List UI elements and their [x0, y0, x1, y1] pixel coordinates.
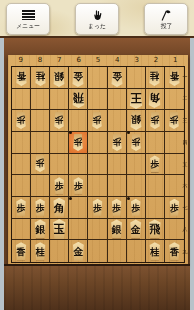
piece-kanji: 歩	[74, 135, 83, 148]
piece-kanji: 歩	[17, 113, 26, 126]
board-cell[interactable]	[12, 219, 31, 241]
board-cell[interactable]: 飛	[69, 89, 88, 111]
piece-kanji: 香	[170, 246, 180, 259]
shogi-piece-gote[interactable]: 金	[70, 68, 86, 87]
board-cell[interactable]	[69, 110, 88, 132]
file-label: 7	[50, 55, 69, 66]
board-cell[interactable]	[31, 175, 50, 197]
resign-flag-icon	[159, 9, 174, 22]
file-label: 9	[11, 55, 30, 66]
piece-kanji: 桂	[35, 246, 45, 259]
board-cell[interactable]: 歩	[165, 197, 184, 219]
resign-button[interactable]: 投了	[144, 3, 188, 35]
piece-kanji: 歩	[55, 113, 64, 126]
piece-kanji: 王	[130, 89, 142, 106]
board-cell[interactable]	[127, 240, 146, 262]
shogi-piece-sente[interactable]: 歩	[90, 199, 104, 216]
file-label: 8	[30, 55, 49, 66]
menu-list-icon	[21, 9, 36, 22]
board-cell[interactable]: 歩	[108, 132, 127, 154]
board-cell[interactable]	[69, 197, 88, 219]
shogi-piece-sente[interactable]: 桂	[33, 242, 48, 260]
board-cell[interactable]	[127, 67, 146, 89]
board-cell[interactable]: 銀	[50, 67, 69, 89]
board-cell[interactable]: 歩	[146, 110, 165, 132]
board-cell[interactable]: 桂	[31, 240, 50, 262]
shogi-piece-gote[interactable]: 歩	[90, 112, 104, 129]
shogi-piece-gote[interactable]: 香	[167, 68, 182, 86]
shogi-piece-gote[interactable]: 歩	[52, 112, 66, 129]
shogi-piece-sente[interactable]: 桂	[147, 242, 162, 260]
board-cell[interactable]	[12, 175, 31, 197]
shogi-piece-gote[interactable]: 歩	[71, 134, 85, 151]
board-cell[interactable]: 桂	[146, 240, 165, 262]
board-cell[interactable]	[12, 89, 31, 111]
board-cell[interactable]: 玉	[50, 219, 69, 241]
undo-button-label: まった	[88, 23, 106, 29]
shogi-piece-gote[interactable]: 歩	[129, 134, 143, 151]
board-cell[interactable]	[108, 175, 127, 197]
piece-kanji: 飛	[73, 90, 84, 105]
shogi-app: メニュー まった 投了 987654321 一二三四五六七八九 香桂銀金金桂香飛…	[0, 0, 194, 310]
shogi-piece-gote[interactable]: 金	[109, 68, 125, 87]
shogi-piece-gote[interactable]: 角	[146, 89, 163, 108]
piece-kanji: 飛	[149, 222, 160, 237]
board-cell[interactable]: 歩	[127, 197, 146, 219]
piece-kanji: 角	[149, 90, 160, 105]
piece-kanji: 玉	[53, 221, 65, 238]
board-cell[interactable]: 歩	[165, 110, 184, 132]
shogi-piece-sente[interactable]: 歩	[14, 199, 28, 216]
board-cell[interactable]	[69, 219, 88, 241]
board-cell[interactable]: 銀	[108, 219, 127, 241]
board-cell[interactable]	[108, 110, 127, 132]
board-cell[interactable]: 歩	[50, 175, 69, 197]
piece-kanji: 香	[16, 70, 26, 83]
shogi-piece-gote[interactable]: 歩	[167, 112, 181, 129]
menu-button-label: メニュー	[16, 23, 40, 29]
board-cell[interactable]: 歩	[31, 197, 50, 219]
piece-kanji: 歩	[150, 113, 159, 126]
board-cell[interactable]: 桂	[31, 67, 50, 89]
board-cell[interactable]: 香	[165, 67, 184, 89]
shogi-piece-sente[interactable]: 銀	[32, 219, 48, 238]
shogi-piece-gote[interactable]: 飛	[70, 89, 87, 108]
board-cell[interactable]	[50, 132, 69, 154]
hand-icon	[90, 9, 105, 22]
shogi-piece-gote[interactable]: 歩	[33, 155, 47, 172]
board-cell[interactable]: 金	[108, 67, 127, 89]
shogi-piece-gote[interactable]: 歩	[14, 112, 28, 129]
board-cell[interactable]	[108, 154, 127, 176]
shogi-board: 987654321 一二三四五六七八九 香桂銀金金桂香飛王角歩歩歩銀歩歩歩歩歩歩…	[8, 55, 188, 266]
undo-button[interactable]: まった	[75, 3, 119, 35]
piece-stand-bottom	[4, 264, 190, 310]
board-cell[interactable]	[88, 132, 107, 154]
shogi-piece-gote[interactable]: 香	[14, 68, 29, 86]
shogi-piece-gote[interactable]: 歩	[110, 134, 124, 151]
board-cell[interactable]	[88, 89, 107, 111]
shogi-piece-gote[interactable]: 銀	[51, 68, 67, 87]
piece-kanji: 歩	[55, 180, 64, 193]
resign-button-label: 投了	[160, 23, 172, 29]
shogi-piece-gote[interactable]: 桂	[147, 68, 162, 86]
board-cell[interactable]	[165, 219, 184, 241]
piece-kanji: 金	[73, 245, 83, 259]
star-point	[69, 197, 72, 200]
shogi-piece-sente[interactable]: 香	[167, 242, 182, 260]
shogi-piece-sente[interactable]: 金	[70, 242, 86, 261]
shogi-piece-sente[interactable]: 金	[128, 219, 144, 238]
shogi-piece-sente[interactable]: 歩	[33, 199, 47, 216]
shogi-piece-gote[interactable]: 歩	[148, 112, 162, 129]
shogi-piece-sente[interactable]: 歩	[148, 155, 162, 172]
piece-kanji: 歩	[112, 135, 121, 148]
board-cell[interactable]	[50, 89, 69, 111]
board-grid: 香桂銀金金桂香飛王角歩歩歩銀歩歩歩歩歩歩歩歩歩歩歩角歩歩歩歩銀玉銀金飛香桂金桂香	[11, 66, 185, 263]
shogi-piece-sente[interactable]: 歩	[110, 199, 124, 216]
board-cell[interactable]	[146, 175, 165, 197]
file-label: 6	[69, 55, 88, 66]
board-cell[interactable]	[165, 132, 184, 154]
file-label: 3	[127, 55, 146, 66]
board-cell[interactable]: 香	[12, 240, 31, 262]
board-cell[interactable]	[88, 67, 107, 89]
board-cell[interactable]: 歩	[69, 132, 88, 154]
board-cell[interactable]: 角	[50, 197, 69, 219]
board-cell[interactable]	[69, 154, 88, 176]
board-cell[interactable]	[50, 240, 69, 262]
file-label: 4	[108, 55, 127, 66]
board-cell[interactable]	[12, 132, 31, 154]
piece-kanji: 歩	[93, 202, 102, 215]
piece-kanji: 歩	[93, 113, 102, 126]
board-cell[interactable]: 歩	[50, 110, 69, 132]
shogi-piece-sente[interactable]: 飛	[146, 219, 163, 238]
shogi-piece-sente[interactable]: 歩	[52, 177, 66, 194]
board-cell[interactable]	[146, 132, 165, 154]
piece-kanji: 歩	[170, 202, 179, 215]
shogi-piece-sente[interactable]: 銀	[109, 219, 125, 238]
piece-kanji: 歩	[131, 202, 140, 215]
board-cell[interactable]: 角	[146, 89, 165, 111]
board-cell[interactable]	[88, 175, 107, 197]
board-cell[interactable]: 飛	[146, 219, 165, 241]
piece-kanji: 金	[73, 69, 83, 83]
board-cell[interactable]	[12, 154, 31, 176]
piece-kanji: 歩	[36, 202, 45, 215]
shogi-piece-gote[interactable]: 桂	[33, 68, 48, 86]
board-cell[interactable]	[31, 110, 50, 132]
board-cell[interactable]	[127, 175, 146, 197]
board-cell[interactable]: 歩	[88, 110, 107, 132]
star-point	[69, 131, 72, 134]
piece-kanji: 香	[170, 70, 180, 83]
board-cell[interactable]: 銀	[31, 219, 50, 241]
board-cell[interactable]: 金	[69, 240, 88, 262]
star-point	[127, 131, 130, 134]
board-cell[interactable]	[165, 175, 184, 197]
board-cell[interactable]: 歩	[146, 154, 165, 176]
menu-button[interactable]: メニュー	[6, 3, 50, 35]
piece-kanji: 金	[131, 223, 141, 237]
board-cell[interactable]	[146, 197, 165, 219]
board-cell[interactable]: 金	[127, 219, 146, 241]
board-cell[interactable]: 香	[12, 67, 31, 89]
piece-kanji: 角	[54, 201, 65, 216]
board-cell[interactable]: 歩	[31, 154, 50, 176]
piece-kanji: 銀	[35, 223, 45, 237]
board-cell[interactable]: 歩	[108, 197, 127, 219]
piece-kanji: 銀	[112, 223, 122, 237]
board-cell[interactable]: 銀	[127, 110, 146, 132]
board-cell[interactable]	[88, 240, 107, 262]
shogi-piece-sente[interactable]: 香	[14, 242, 29, 260]
board-cell[interactable]: 桂	[146, 67, 165, 89]
board-cell[interactable]: 歩	[12, 197, 31, 219]
board-cell[interactable]	[31, 132, 50, 154]
file-label: 1	[166, 55, 185, 66]
piece-kanji: 歩	[17, 202, 26, 215]
piece-kanji: 歩	[74, 180, 83, 193]
toolbar: メニュー まった 投了	[0, 0, 194, 38]
piece-kanji: 銀	[54, 69, 64, 83]
board-cell[interactable]: 歩	[69, 175, 88, 197]
board-cell[interactable]	[165, 89, 184, 111]
file-label: 2	[146, 55, 165, 66]
board-cell[interactable]: 歩	[127, 132, 146, 154]
piece-kanji: 桂	[150, 246, 160, 259]
shogi-piece-gote[interactable]: 王	[127, 89, 145, 109]
star-point	[127, 197, 130, 200]
board-cell[interactable]: 歩	[88, 197, 107, 219]
board-cell[interactable]	[108, 240, 127, 262]
piece-kanji: 歩	[170, 113, 179, 126]
board-cell[interactable]: 王	[127, 89, 146, 111]
shogi-piece-sente[interactable]: 歩	[167, 199, 181, 216]
shogi-piece-sente[interactable]: 歩	[129, 199, 143, 216]
piece-kanji: 香	[16, 246, 26, 259]
file-labels: 987654321	[11, 55, 185, 66]
board-cell[interactable]	[108, 89, 127, 111]
piece-kanji: 歩	[36, 156, 45, 169]
board-cell[interactable]	[127, 154, 146, 176]
shogi-piece-sente[interactable]: 玉	[50, 219, 68, 239]
piece-kanji: 歩	[131, 135, 140, 148]
board-cell[interactable]	[165, 154, 184, 176]
board-cell[interactable]: 金	[69, 67, 88, 89]
piece-kanji: 銀	[131, 113, 141, 127]
piece-kanji: 桂	[150, 70, 160, 83]
piece-kanji: 歩	[150, 158, 159, 171]
shogi-piece-sente[interactable]: 角	[51, 198, 68, 217]
piece-kanji: 歩	[112, 202, 121, 215]
piece-kanji: 桂	[35, 70, 45, 83]
board-cell[interactable]	[31, 89, 50, 111]
shogi-piece-sente[interactable]: 歩	[71, 177, 85, 194]
file-label: 5	[88, 55, 107, 66]
board-cell[interactable]	[50, 154, 69, 176]
board-cell[interactable]: 歩	[12, 110, 31, 132]
shogi-piece-gote[interactable]: 銀	[128, 111, 144, 130]
board-cell[interactable]	[88, 219, 107, 241]
board-cell[interactable]: 香	[165, 240, 184, 262]
piece-kanji: 金	[112, 69, 122, 83]
board-cell[interactable]	[88, 154, 107, 176]
wooden-table: 987654321 一二三四五六七八九 香桂銀金金桂香飛王角歩歩歩銀歩歩歩歩歩歩…	[4, 38, 190, 310]
